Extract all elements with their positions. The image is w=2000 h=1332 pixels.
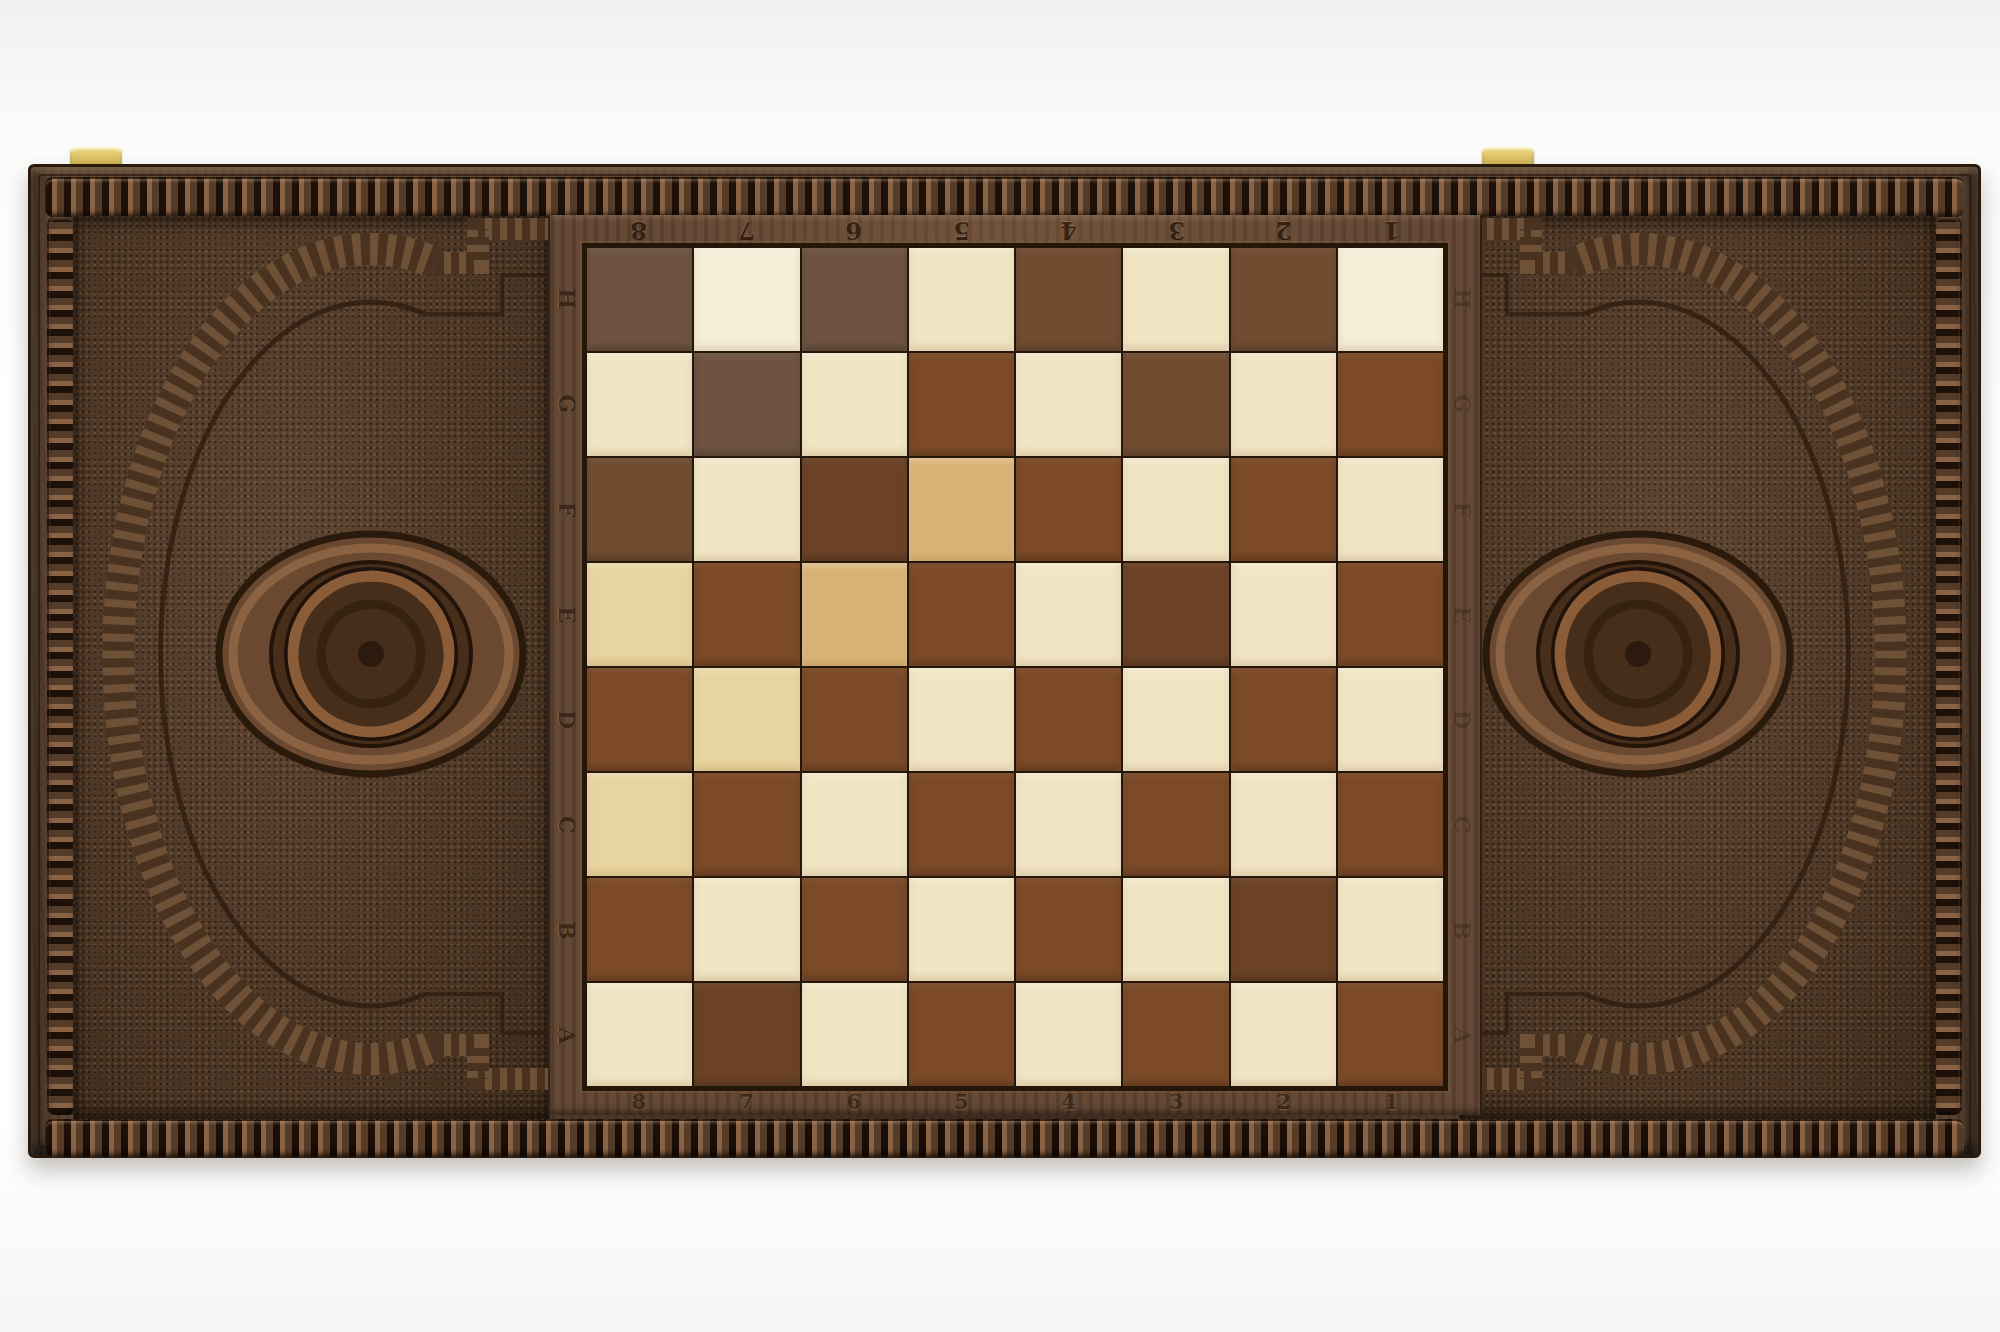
coord-bottom-1: 1 bbox=[1338, 1088, 1446, 1115]
square-c6[interactable] bbox=[802, 773, 907, 876]
square-f4[interactable] bbox=[1016, 458, 1121, 561]
coord-top-3: 3 bbox=[1123, 215, 1231, 246]
rope-border-bottom bbox=[45, 1119, 1964, 1157]
square-b2[interactable] bbox=[1231, 878, 1336, 981]
coords-top: 87654321 bbox=[585, 215, 1445, 246]
square-a5[interactable] bbox=[909, 983, 1014, 1086]
square-f3[interactable] bbox=[1123, 458, 1228, 561]
coord-top-8: 8 bbox=[585, 215, 693, 246]
square-d5[interactable] bbox=[909, 668, 1014, 771]
square-f7[interactable] bbox=[694, 458, 799, 561]
coord-top-1: 1 bbox=[1338, 215, 1446, 246]
square-c4[interactable] bbox=[1016, 773, 1121, 876]
rope-border-top bbox=[45, 177, 1964, 217]
square-g8[interactable] bbox=[587, 353, 692, 456]
rope-border-right bbox=[1932, 217, 1962, 1115]
square-b7[interactable] bbox=[694, 878, 799, 981]
square-e4[interactable] bbox=[1016, 563, 1121, 666]
left-carved-panel bbox=[73, 216, 550, 1120]
square-e5[interactable] bbox=[909, 563, 1014, 666]
coord-top-4: 4 bbox=[1015, 215, 1123, 246]
square-d8[interactable] bbox=[587, 668, 692, 771]
chessboard-frame: 87654321 87654321 HGFEDCBA HGFEDCBA bbox=[548, 215, 1482, 1115]
square-h1[interactable] bbox=[1338, 248, 1443, 351]
square-h8[interactable] bbox=[587, 248, 692, 351]
square-h5[interactable] bbox=[909, 248, 1014, 351]
coord-bottom-8: 8 bbox=[585, 1088, 693, 1115]
square-d7[interactable] bbox=[694, 668, 799, 771]
square-h7[interactable] bbox=[694, 248, 799, 351]
square-b3[interactable] bbox=[1123, 878, 1228, 981]
coord-top-2: 2 bbox=[1230, 215, 1338, 246]
coord-top-7: 7 bbox=[693, 215, 801, 246]
coords-left: HGFEDCBA bbox=[550, 246, 585, 1088]
square-g4[interactable] bbox=[1016, 353, 1121, 456]
square-e6[interactable] bbox=[802, 563, 907, 666]
coord-bottom-7: 7 bbox=[693, 1088, 801, 1115]
square-e1[interactable] bbox=[1338, 563, 1443, 666]
square-g5[interactable] bbox=[909, 353, 1014, 456]
square-e7[interactable] bbox=[694, 563, 799, 666]
square-b6[interactable] bbox=[802, 878, 907, 981]
square-f5[interactable] bbox=[909, 458, 1014, 561]
square-f2[interactable] bbox=[1231, 458, 1336, 561]
square-f8[interactable] bbox=[587, 458, 692, 561]
square-h4[interactable] bbox=[1016, 248, 1121, 351]
coord-top-5: 5 bbox=[908, 215, 1016, 246]
square-g6[interactable] bbox=[802, 353, 907, 456]
eternity-rosette-carving-icon bbox=[74, 217, 549, 1119]
square-g7[interactable] bbox=[694, 353, 799, 456]
square-a1[interactable] bbox=[1338, 983, 1443, 1086]
square-c5[interactable] bbox=[909, 773, 1014, 876]
square-a4[interactable] bbox=[1016, 983, 1121, 1086]
coord-bottom-3: 3 bbox=[1123, 1088, 1231, 1115]
square-h6[interactable] bbox=[802, 248, 907, 351]
photo-stage: 87654321 87654321 HGFEDCBA HGFEDCBA bbox=[0, 0, 2000, 1332]
square-g1[interactable] bbox=[1338, 353, 1443, 456]
square-d2[interactable] bbox=[1231, 668, 1336, 771]
square-c3[interactable] bbox=[1123, 773, 1228, 876]
square-e2[interactable] bbox=[1231, 563, 1336, 666]
square-d3[interactable] bbox=[1123, 668, 1228, 771]
square-g2[interactable] bbox=[1231, 353, 1336, 456]
square-a7[interactable] bbox=[694, 983, 799, 1086]
eternity-rosette-carving-icon bbox=[1460, 217, 1935, 1119]
square-f6[interactable] bbox=[802, 458, 907, 561]
square-f1[interactable] bbox=[1338, 458, 1443, 561]
square-a6[interactable] bbox=[802, 983, 907, 1086]
square-h3[interactable] bbox=[1123, 248, 1228, 351]
coord-bottom-5: 5 bbox=[908, 1088, 1016, 1115]
coord-bottom-4: 4 bbox=[1015, 1088, 1123, 1115]
square-e3[interactable] bbox=[1123, 563, 1228, 666]
square-d6[interactable] bbox=[802, 668, 907, 771]
coord-bottom-6: 6 bbox=[800, 1088, 908, 1115]
right-carved-panel bbox=[1459, 216, 1936, 1120]
square-b4[interactable] bbox=[1016, 878, 1121, 981]
chess-grid bbox=[585, 246, 1445, 1088]
square-a2[interactable] bbox=[1231, 983, 1336, 1086]
carved-wooden-board: 87654321 87654321 HGFEDCBA HGFEDCBA bbox=[28, 164, 1981, 1158]
square-a8[interactable] bbox=[587, 983, 692, 1086]
coord-bottom-2: 2 bbox=[1230, 1088, 1338, 1115]
square-d1[interactable] bbox=[1338, 668, 1443, 771]
coords-right: HGFEDCBA bbox=[1445, 246, 1480, 1088]
square-b8[interactable] bbox=[587, 878, 692, 981]
square-e8[interactable] bbox=[587, 563, 692, 666]
square-c2[interactable] bbox=[1231, 773, 1336, 876]
square-g3[interactable] bbox=[1123, 353, 1228, 456]
square-b5[interactable] bbox=[909, 878, 1014, 981]
square-a3[interactable] bbox=[1123, 983, 1228, 1086]
square-c7[interactable] bbox=[694, 773, 799, 876]
square-b1[interactable] bbox=[1338, 878, 1443, 981]
square-d4[interactable] bbox=[1016, 668, 1121, 771]
coord-top-6: 6 bbox=[800, 215, 908, 246]
coords-bottom: 87654321 bbox=[585, 1088, 1445, 1115]
square-c1[interactable] bbox=[1338, 773, 1443, 876]
square-h2[interactable] bbox=[1231, 248, 1336, 351]
square-c8[interactable] bbox=[587, 773, 692, 876]
